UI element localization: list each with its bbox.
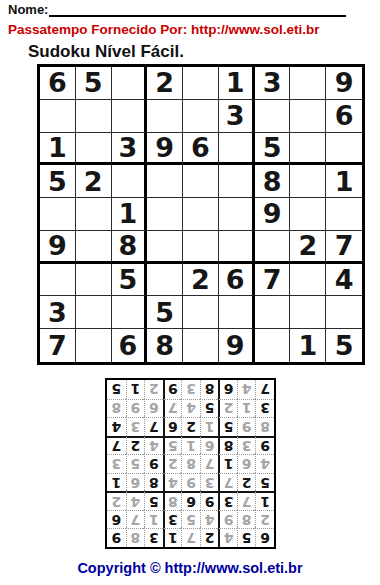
solution-cell-r1c8: 8 [126, 528, 145, 547]
solution-cell-r7c8: 3 [126, 417, 145, 436]
name-label: Nome: [8, 2, 48, 17]
puzzle-cell-r9c6[interactable]: 9 [219, 329, 255, 362]
puzzle-cell-r8c2[interactable] [76, 296, 112, 329]
puzzle-cell-r4c6[interactable] [219, 165, 255, 198]
solution-cell-r1c3: 4 [218, 528, 237, 547]
puzzle-cell-r5c5[interactable] [183, 198, 219, 231]
puzzle-cell-r4c1[interactable]: 5 [40, 165, 76, 198]
puzzle-cell-r3c8[interactable] [290, 133, 326, 166]
puzzle-cell-r3c4[interactable]: 9 [147, 133, 183, 166]
puzzle-cell-r7c1[interactable] [40, 264, 76, 297]
puzzle-cell-r3c6[interactable] [219, 133, 255, 166]
solution-cell-r6c2: 3 [237, 436, 256, 455]
sudoku-worksheet-page: Nome: Passatempo Fornecido Por: http://w… [0, 0, 380, 585]
puzzle-cell-r8c1[interactable]: 3 [40, 296, 76, 329]
puzzle-cell-r2c4[interactable] [147, 100, 183, 133]
solution-cell-r3c5: 6 [181, 491, 200, 510]
puzzle-cell-r8c3[interactable] [112, 296, 148, 329]
puzzle-cell-r6c9[interactable]: 7 [326, 231, 362, 264]
solution-cell-r7c4: 1 [200, 417, 219, 436]
puzzle-cell-r7c4[interactable] [147, 264, 183, 297]
puzzle-cell-r1c6[interactable]: 1 [219, 67, 255, 100]
puzzle-cell-r9c9[interactable]: 5 [326, 329, 362, 362]
solution-cell-r3c7: 5 [144, 491, 163, 510]
solution-cell-r6c5: 1 [181, 436, 200, 455]
solution-cell-r8c5: 4 [181, 399, 200, 418]
solution-cell-r8c6: 7 [163, 399, 182, 418]
puzzle-cell-r2c7[interactable] [255, 100, 291, 133]
solution-cell-r6c7: 4 [144, 436, 163, 455]
solution-cell-r4c7: 8 [144, 473, 163, 492]
puzzle-cell-r7c7[interactable]: 7 [255, 264, 291, 297]
solution-cell-r9c5: 3 [181, 380, 200, 399]
solution-cell-r5c3: 1 [218, 454, 237, 473]
solution-cell-r2c4: 4 [200, 510, 219, 529]
puzzle-cell-r2c5[interactable] [183, 100, 219, 133]
solution-cell-r5c4: 7 [200, 454, 219, 473]
puzzle-cell-r2c3[interactable] [112, 100, 148, 133]
puzzle-cell-r9c3[interactable]: 6 [112, 329, 148, 362]
puzzle-cell-r4c4[interactable] [147, 165, 183, 198]
puzzle-cell-r1c3[interactable] [112, 67, 148, 100]
puzzle-cell-r1c2[interactable]: 5 [76, 67, 112, 100]
puzzle-cell-r3c7[interactable]: 5 [255, 133, 291, 166]
puzzle-cell-r8c8[interactable] [290, 296, 326, 329]
puzzle-cell-r1c8[interactable] [290, 67, 326, 100]
solution-cell-r1c2: 5 [237, 528, 256, 547]
solution-grid: 6542713892894531761739685425273948614617… [105, 378, 276, 549]
copyright-text: Copyright © http://www.sol.eti.br [0, 560, 380, 576]
solution-cell-r7c9: 4 [107, 417, 126, 436]
puzzle-cell-r8c9[interactable] [326, 296, 362, 329]
solution-cell-r4c6: 4 [163, 473, 182, 492]
solution-cell-r8c9: 8 [107, 399, 126, 418]
solution-cell-r4c9: 1 [107, 473, 126, 492]
puzzle-cell-r9c2[interactable] [76, 329, 112, 362]
solution-cell-r5c5: 8 [181, 454, 200, 473]
solution-cell-r8c7: 6 [144, 399, 163, 418]
puzzle-cell-r6c3[interactable]: 8 [112, 231, 148, 264]
puzzle-cell-r4c5[interactable] [183, 165, 219, 198]
solution-cell-r2c3: 9 [218, 510, 237, 529]
puzzle-cell-r2c9[interactable]: 6 [326, 100, 362, 133]
puzzle-cell-r1c7[interactable]: 3 [255, 67, 291, 100]
solution-cell-r3c9: 2 [107, 491, 126, 510]
puzzle-cell-r4c8[interactable] [290, 165, 326, 198]
puzzle-cell-r3c3[interactable]: 3 [112, 133, 148, 166]
solution-cell-r2c7: 1 [144, 510, 163, 529]
solution-cell-r2c6: 3 [163, 510, 182, 529]
puzzle-cell-r3c1[interactable]: 1 [40, 133, 76, 166]
puzzle-cell-r5c6[interactable] [219, 198, 255, 231]
puzzle-cell-r3c2[interactable] [76, 133, 112, 166]
solution-cell-r8c8: 9 [126, 399, 145, 418]
puzzle-cell-r2c8[interactable] [290, 100, 326, 133]
puzzle-cell-r8c6[interactable] [219, 296, 255, 329]
puzzle-cell-r5c3[interactable]: 1 [112, 198, 148, 231]
solution-cell-r7c3: 5 [218, 417, 237, 436]
solution-cell-r7c2: 9 [237, 417, 256, 436]
solution-cell-r3c2: 7 [237, 491, 256, 510]
solution-cell-r6c1: 9 [255, 436, 274, 455]
puzzle-cell-r4c7[interactable]: 8 [255, 165, 291, 198]
puzzle-cell-r2c2[interactable] [76, 100, 112, 133]
puzzle-cell-r4c3[interactable] [112, 165, 148, 198]
solution-cell-r2c2: 8 [237, 510, 256, 529]
solution-cell-r7c1: 8 [255, 417, 274, 436]
solution-cell-r9c7: 2 [144, 380, 163, 399]
solution-cell-r4c2: 2 [237, 473, 256, 492]
puzzle-cell-r1c1[interactable]: 6 [40, 67, 76, 100]
puzzle-cell-r3c9[interactable] [326, 133, 362, 166]
puzzle-cell-r7c9[interactable]: 4 [326, 264, 362, 297]
solution-cell-r5c8: 5 [126, 454, 145, 473]
solution-cell-r9c1: 7 [255, 380, 274, 399]
solution-cell-r7c6: 6 [163, 417, 182, 436]
solution-cell-r1c4: 2 [200, 528, 219, 547]
puzzle-cell-r7c3[interactable]: 5 [112, 264, 148, 297]
puzzle-cell-r9c7[interactable] [255, 329, 291, 362]
solution-cell-r1c5: 7 [181, 528, 200, 547]
solution-cell-r6c6: 5 [163, 436, 182, 455]
puzzle-cell-r1c4[interactable]: 2 [147, 67, 183, 100]
puzzle-cell-r6c8[interactable]: 2 [290, 231, 326, 264]
solution-cell-r9c8: 1 [126, 380, 145, 399]
puzzle-cell-r9c8[interactable]: 1 [290, 329, 326, 362]
solution-cell-r8c3: 2 [218, 399, 237, 418]
puzzle-cell-r3c5[interactable]: 6 [183, 133, 219, 166]
puzzle-cell-r9c4[interactable]: 8 [147, 329, 183, 362]
solution-cell-r5c9: 3 [107, 454, 126, 473]
puzzle-cell-r1c5[interactable] [183, 67, 219, 100]
puzzle-cell-r5c8[interactable] [290, 198, 326, 231]
solution-cell-r4c3: 7 [218, 473, 237, 492]
name-underline [49, 15, 346, 17]
solution-cell-r6c8: 2 [126, 436, 145, 455]
puzzle-cell-r4c2[interactable]: 2 [76, 165, 112, 198]
puzzle-cell-r7c8[interactable] [290, 264, 326, 297]
solution-cell-r2c1: 2 [255, 510, 274, 529]
solution-cell-r5c2: 6 [237, 454, 256, 473]
puzzle-cell-r6c4[interactable] [147, 231, 183, 264]
solution-cell-r7c7: 7 [144, 417, 163, 436]
solution-cell-r5c6: 2 [163, 454, 182, 473]
solution-cell-r2c5: 5 [181, 510, 200, 529]
solution-cell-r2c9: 6 [107, 510, 126, 529]
solution-cell-r3c6: 8 [163, 491, 182, 510]
puzzle-cell-r8c5[interactable] [183, 296, 219, 329]
solution-cell-r4c5: 9 [181, 473, 200, 492]
page-title: Sudoku Nível Fácil. [28, 42, 184, 62]
solution-cell-r5c1: 4 [255, 454, 274, 473]
puzzle-cell-r9c5[interactable] [183, 329, 219, 362]
solution-cell-r3c1: 1 [255, 491, 274, 510]
solution-cell-r1c1: 6 [255, 528, 274, 547]
puzzle-cell-r4c9[interactable]: 1 [326, 165, 362, 198]
solution-cell-r4c1: 5 [255, 473, 274, 492]
puzzle-cell-r5c4[interactable] [147, 198, 183, 231]
solution-cell-r8c2: 1 [237, 399, 256, 418]
solution-cell-r7c5: 2 [181, 417, 200, 436]
solution-cell-r9c2: 4 [237, 380, 256, 399]
puzzle-cell-r2c1[interactable] [40, 100, 76, 133]
puzzle-cell-r5c7[interactable]: 9 [255, 198, 291, 231]
puzzle-cell-r7c2[interactable] [76, 264, 112, 297]
puzzle-cell-r6c5[interactable] [183, 231, 219, 264]
puzzle-cell-r5c1[interactable] [40, 198, 76, 231]
solution-cell-r9c6: 9 [163, 380, 182, 399]
puzzle-cell-r5c2[interactable] [76, 198, 112, 231]
solution-cell-r3c8: 4 [126, 491, 145, 510]
puzzle-cell-r9c1[interactable]: 7 [40, 329, 76, 362]
solution-cell-r8c1: 3 [255, 399, 274, 418]
solution-cell-r4c4: 3 [200, 473, 219, 492]
puzzle-cell-r2c6[interactable]: 3 [219, 100, 255, 133]
solution-cell-r6c4: 6 [200, 436, 219, 455]
puzzle-cell-r6c7[interactable] [255, 231, 291, 264]
puzzle-cell-r7c6[interactable]: 6 [219, 264, 255, 297]
puzzle-cell-r6c2[interactable] [76, 231, 112, 264]
provider-url-text: Passatempo Fornecido Por: http://www.sol… [8, 22, 320, 37]
solution-cell-r6c3: 8 [218, 436, 237, 455]
puzzle-cell-r5c9[interactable] [326, 198, 362, 231]
solution-cell-r1c9: 9 [107, 528, 126, 547]
puzzle-cell-r6c6[interactable] [219, 231, 255, 264]
puzzle-cell-r8c7[interactable] [255, 296, 291, 329]
solution-cell-r8c4: 5 [200, 399, 219, 418]
puzzle-cell-r6c1[interactable]: 9 [40, 231, 76, 264]
solution-cell-r9c9: 5 [107, 380, 126, 399]
solution-cell-r9c4: 8 [200, 380, 219, 399]
solution-cell-r3c3: 3 [218, 491, 237, 510]
solution-cell-r6c9: 7 [107, 436, 126, 455]
solution-cell-r1c7: 3 [144, 528, 163, 547]
puzzle-cell-r8c4[interactable]: 5 [147, 296, 183, 329]
solution-cell-r3c4: 9 [200, 491, 219, 510]
solution-cell-r1c6: 1 [163, 528, 182, 547]
puzzle-cell-r1c9[interactable]: 9 [326, 67, 362, 100]
solution-cell-r9c3: 6 [218, 380, 237, 399]
solution-cell-r5c7: 9 [144, 454, 163, 473]
puzzle-cell-r7c5[interactable]: 2 [183, 264, 219, 297]
solution-cell-r2c8: 7 [126, 510, 145, 529]
solution-cell-r4c8: 6 [126, 473, 145, 492]
sudoku-grid: 652139361396552811998275267435768915 [37, 64, 365, 365]
